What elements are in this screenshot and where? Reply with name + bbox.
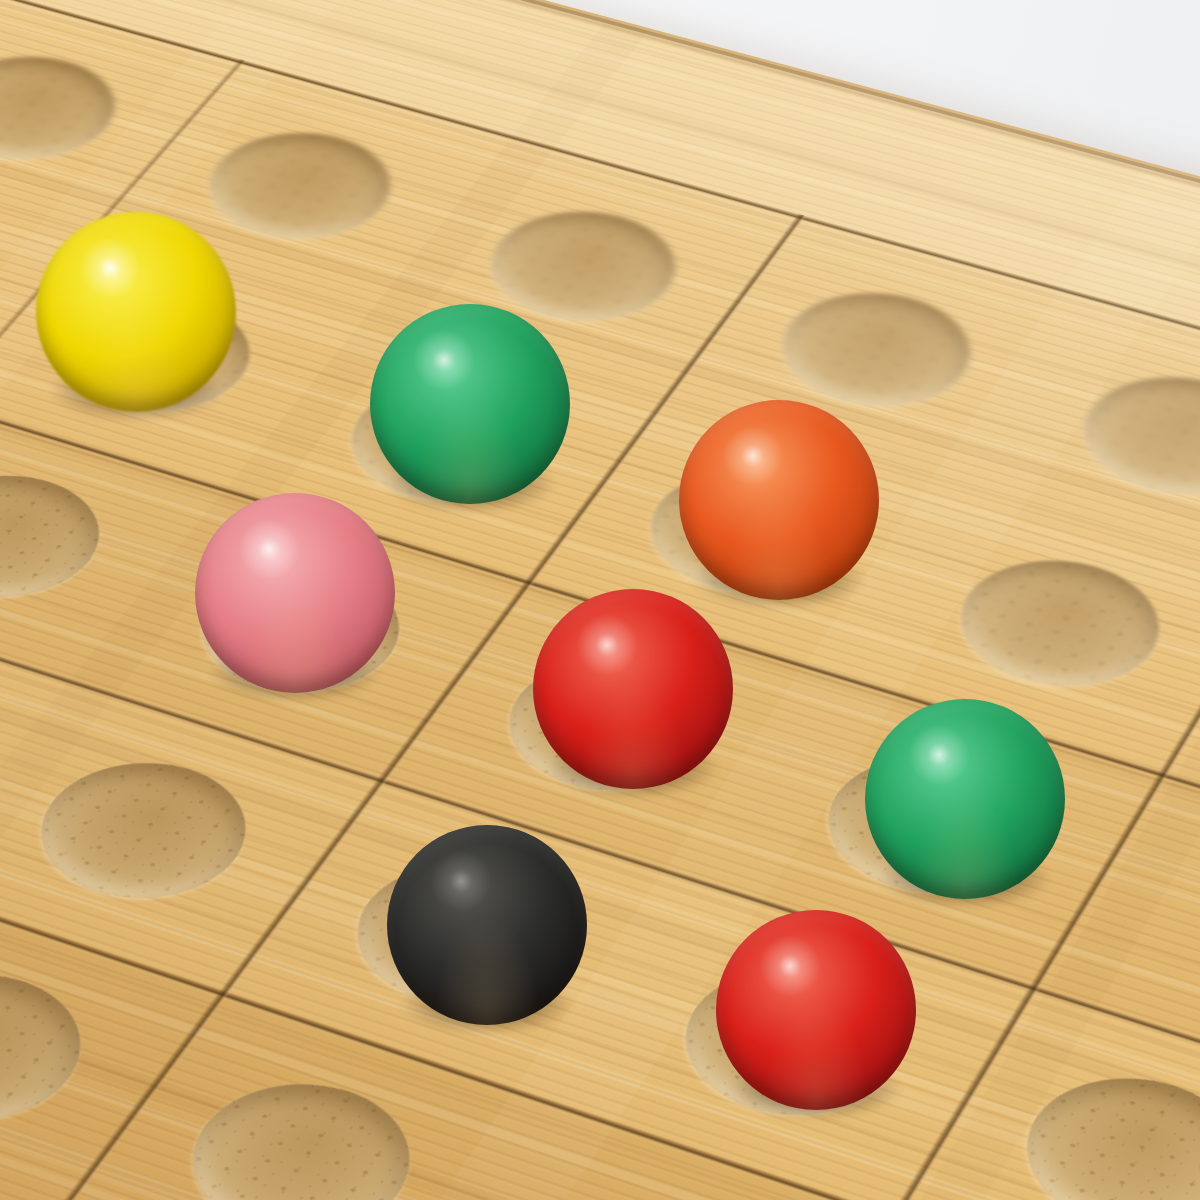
pieces-layer bbox=[0, 0, 1200, 1200]
game-piece-red[interactable] bbox=[716, 910, 916, 1110]
game-piece-green[interactable] bbox=[370, 304, 570, 504]
game-piece-red[interactable] bbox=[533, 589, 733, 789]
peg-ball-pink bbox=[195, 493, 395, 693]
peg-ball-orange bbox=[679, 400, 879, 600]
game-piece-pink[interactable] bbox=[195, 493, 395, 693]
peg-ball-red bbox=[533, 589, 733, 789]
peg-ball-red bbox=[716, 910, 916, 1110]
peg-ball-yellow bbox=[36, 212, 236, 412]
game-piece-green[interactable] bbox=[865, 699, 1065, 899]
peg-ball-black bbox=[387, 825, 587, 1025]
photo-scene bbox=[0, 0, 1200, 1200]
game-piece-orange[interactable] bbox=[679, 400, 879, 600]
peg-ball-green bbox=[865, 699, 1065, 899]
game-piece-yellow[interactable] bbox=[36, 212, 236, 412]
game-piece-black[interactable] bbox=[387, 825, 587, 1025]
peg-ball-green bbox=[370, 304, 570, 504]
